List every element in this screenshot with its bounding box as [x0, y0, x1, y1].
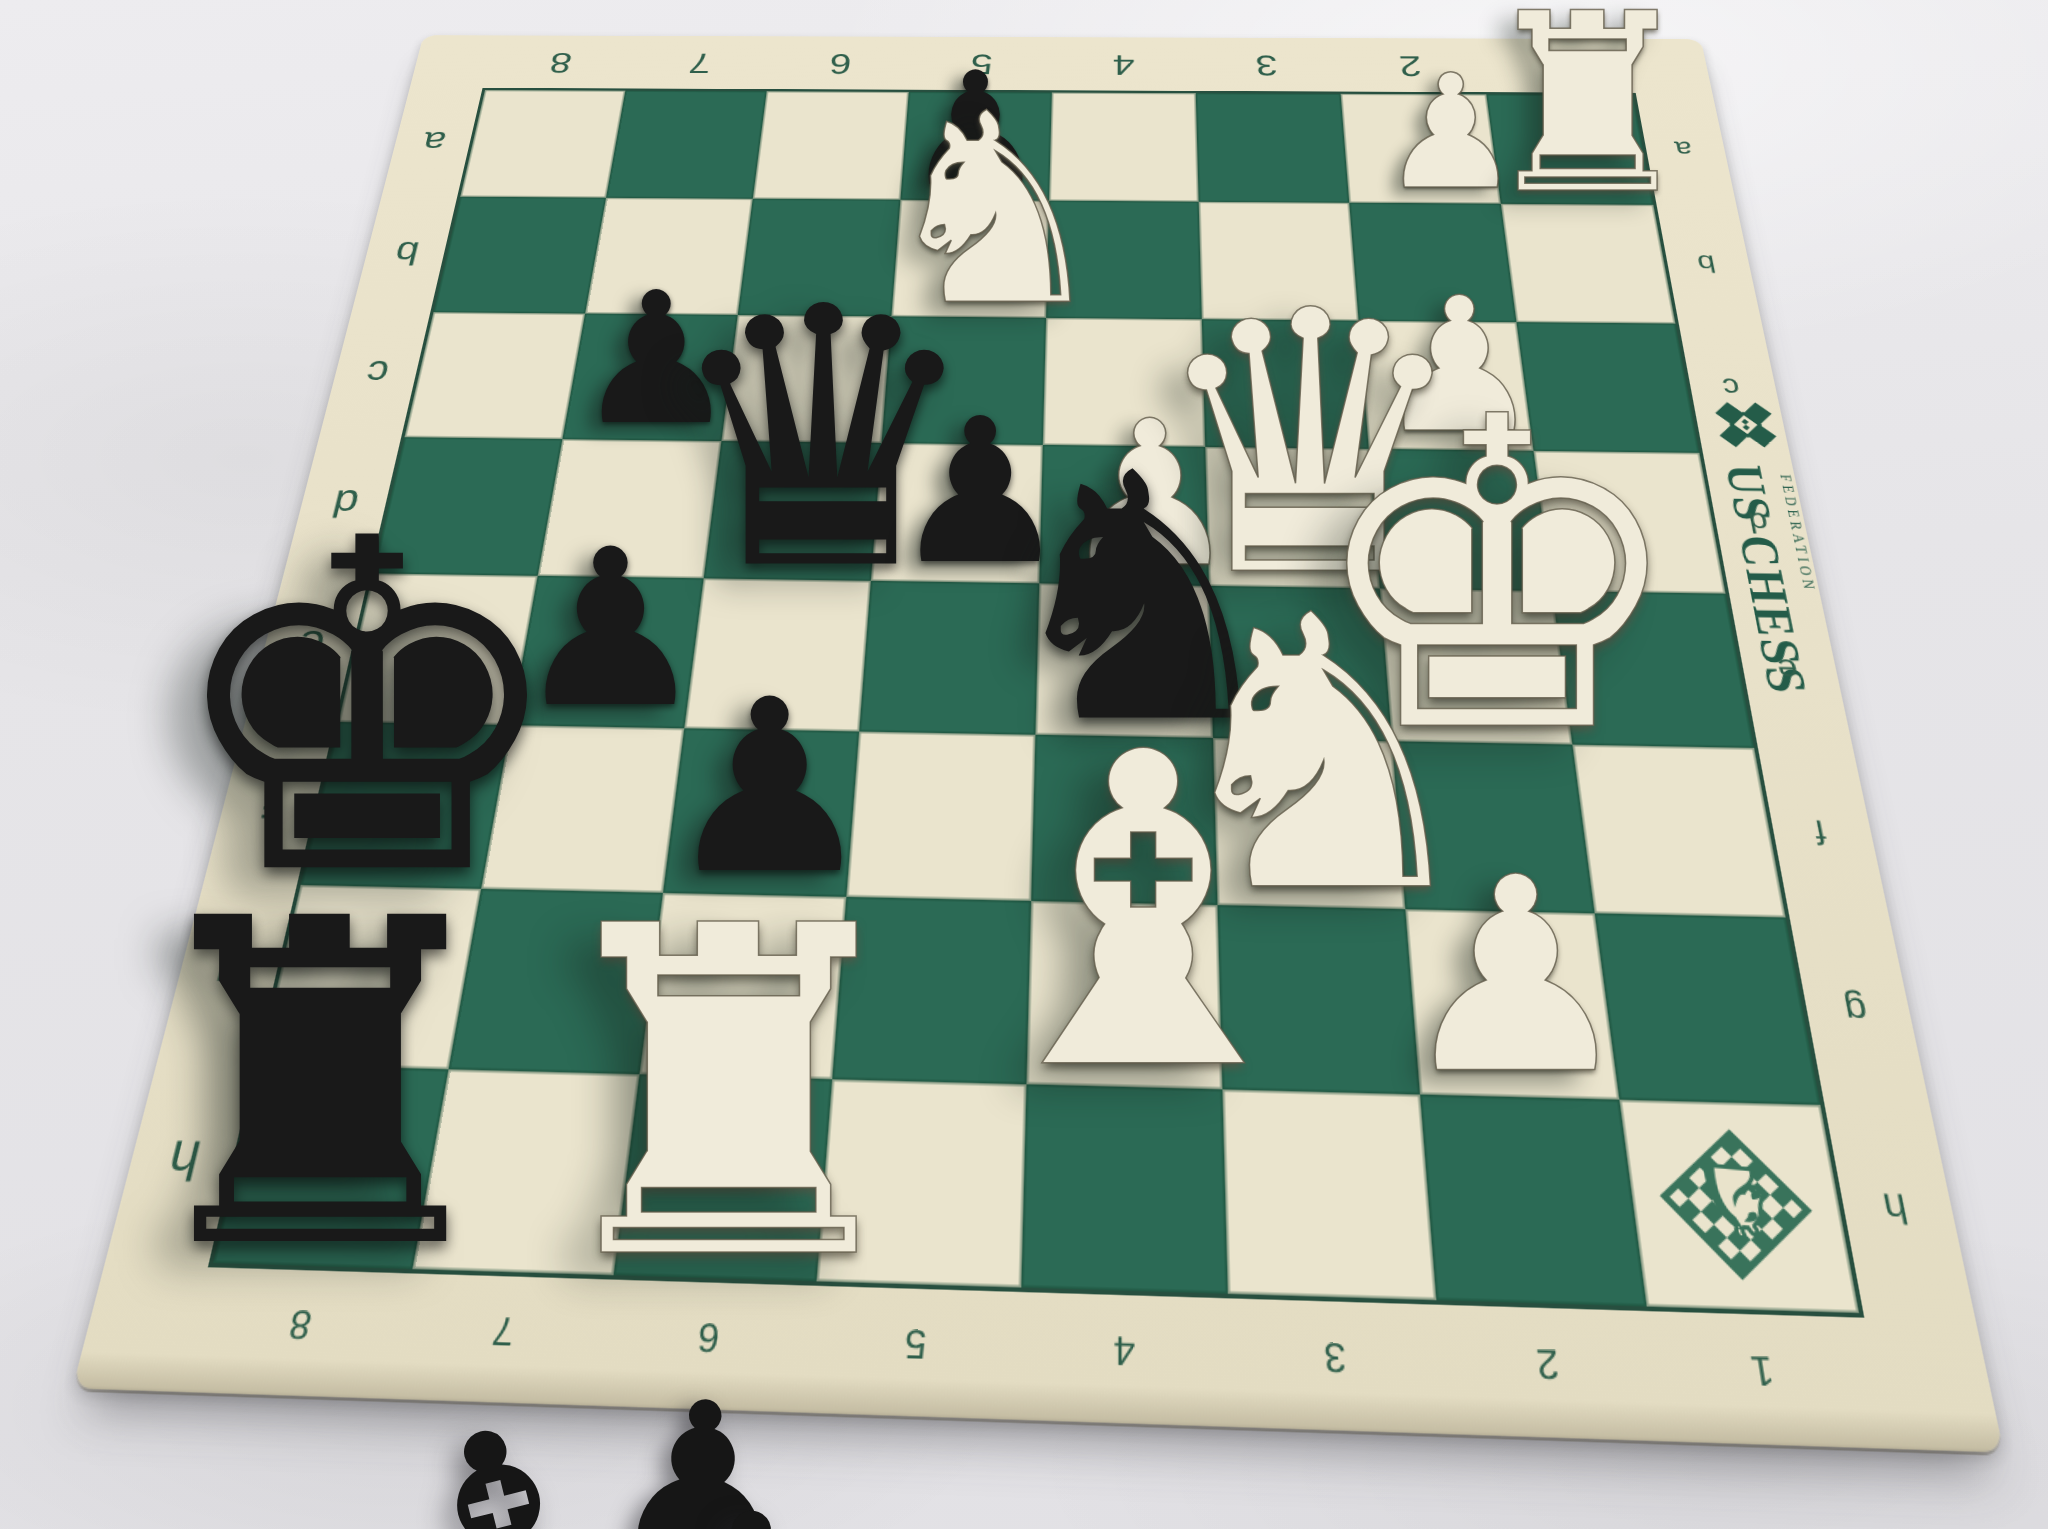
captured-black-bishop-3[interactable]: ♝	[636, 1468, 888, 1529]
svg-text:♞: ♞	[1687, 1141, 1785, 1262]
square-a8[interactable]	[460, 90, 625, 198]
coord-top-6: 6	[828, 48, 853, 80]
us-chess-star-logo-icon	[1707, 398, 1784, 452]
square-c8[interactable]	[404, 312, 585, 439]
coord-top-4: 4	[1113, 49, 1135, 81]
white-rook-a1[interactable]: ♜	[1477, 0, 1698, 228]
white-bishop-g4[interactable]: ♝	[950, 698, 1337, 1130]
knight-diamond-logo-icon: ♞	[1647, 1114, 1830, 1297]
square-a7[interactable]	[606, 91, 767, 199]
white-rook-h6[interactable]: ♜	[526, 869, 932, 1322]
black-rook-h8[interactable]: ♜	[119, 861, 521, 1309]
photo-scene: US CHESS FEDERATION ♞ 8	[0, 0, 2048, 1529]
coord-bottom-3: 3	[1323, 1332, 1348, 1381]
square-a3[interactable]	[1196, 93, 1349, 203]
white-pawn-g2[interactable]: ♟	[1395, 842, 1636, 1111]
coord-bottom-4: 4	[1113, 1326, 1135, 1374]
coord-top-3: 3	[1255, 49, 1279, 81]
